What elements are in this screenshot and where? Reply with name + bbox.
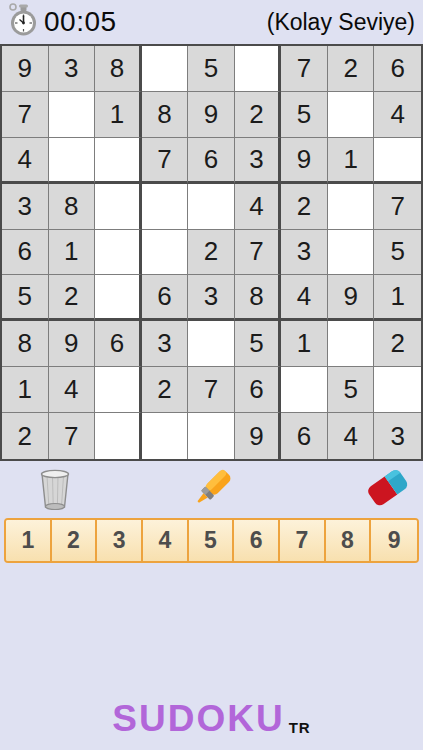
timer-value: 00:05: [44, 6, 117, 38]
cell-r3c1[interactable]: 4: [2, 138, 49, 184]
numpad-button-8[interactable]: 8: [326, 520, 372, 561]
cell-r1c3[interactable]: 8: [95, 46, 142, 92]
cell-r3c3[interactable]: [95, 138, 142, 184]
cell-r5c6[interactable]: 7: [235, 230, 282, 276]
cell-r7c3[interactable]: 6: [95, 321, 142, 367]
cell-r5c9[interactable]: 5: [374, 230, 421, 276]
eraser-button[interactable]: [367, 466, 413, 514]
cell-r7c9[interactable]: 2: [374, 321, 421, 367]
cell-r1c1[interactable]: 9: [2, 46, 49, 92]
highlighter-button[interactable]: [189, 466, 235, 514]
cell-r6c2[interactable]: 2: [49, 275, 96, 321]
cell-r4c5[interactable]: [188, 184, 235, 230]
cell-r1c9[interactable]: 6: [374, 46, 421, 92]
footer-logo: SUDOKU TR: [0, 698, 423, 740]
stopwatch-icon: [8, 2, 38, 42]
cell-r8c2[interactable]: 4: [49, 367, 96, 413]
number-pad: 123456789: [4, 518, 419, 563]
cell-r8c6[interactable]: 6: [235, 367, 282, 413]
numpad-button-2[interactable]: 2: [52, 520, 98, 561]
numpad-button-3[interactable]: 3: [97, 520, 143, 561]
cell-r9c3[interactable]: [95, 413, 142, 459]
cell-r7c8[interactable]: [328, 321, 375, 367]
cell-r5c7[interactable]: 3: [281, 230, 328, 276]
cell-r2c7[interactable]: 5: [281, 92, 328, 138]
cell-r8c1[interactable]: 1: [2, 367, 49, 413]
cell-r3c5[interactable]: 6: [188, 138, 235, 184]
numpad-button-9[interactable]: 9: [371, 520, 417, 561]
numpad-button-4[interactable]: 4: [143, 520, 189, 561]
numpad-button-5[interactable]: 5: [189, 520, 235, 561]
cell-r2c1[interactable]: 7: [2, 92, 49, 138]
cell-r2c3[interactable]: 1: [95, 92, 142, 138]
cell-r1c7[interactable]: 7: [281, 46, 328, 92]
cell-r4c2[interactable]: 8: [49, 184, 96, 230]
cell-r5c3[interactable]: [95, 230, 142, 276]
cell-r5c8[interactable]: [328, 230, 375, 276]
cell-r2c2[interactable]: [49, 92, 96, 138]
cell-r7c6[interactable]: 5: [235, 321, 282, 367]
numpad-button-6[interactable]: 6: [234, 520, 280, 561]
numpad-button-1[interactable]: 1: [6, 520, 52, 561]
cell-r8c9[interactable]: [374, 367, 421, 413]
cell-r4c4[interactable]: [142, 184, 189, 230]
cell-r5c1[interactable]: 6: [2, 230, 49, 276]
cell-r6c6[interactable]: 8: [235, 275, 282, 321]
cell-r4c9[interactable]: 7: [374, 184, 421, 230]
cell-r4c7[interactable]: 2: [281, 184, 328, 230]
wastebasket-icon: [34, 466, 76, 515]
cell-r1c2[interactable]: 3: [49, 46, 96, 92]
cell-r2c5[interactable]: 9: [188, 92, 235, 138]
cell-r1c5[interactable]: 5: [188, 46, 235, 92]
cell-r1c4[interactable]: [142, 46, 189, 92]
cell-r7c1[interactable]: 8: [2, 321, 49, 367]
cell-r4c1[interactable]: 3: [2, 184, 49, 230]
cell-r6c1[interactable]: 5: [2, 275, 49, 321]
cell-r3c7[interactable]: 9: [281, 138, 328, 184]
cell-r3c9[interactable]: [374, 138, 421, 184]
cell-r7c7[interactable]: 1: [281, 321, 328, 367]
cell-r1c8[interactable]: 2: [328, 46, 375, 92]
cell-r9c7[interactable]: 6: [281, 413, 328, 459]
cell-r3c4[interactable]: 7: [142, 138, 189, 184]
highlighter-icon: [188, 465, 236, 516]
sudoku-board: 9385726718925447639138427612735526384918…: [0, 44, 423, 461]
cell-r9c9[interactable]: 3: [374, 413, 421, 459]
cell-r4c3[interactable]: [95, 184, 142, 230]
cell-r7c5[interactable]: [188, 321, 235, 367]
level-label: (Kolay Seviye): [267, 9, 415, 36]
cell-r5c5[interactable]: 2: [188, 230, 235, 276]
cell-r7c4[interactable]: 3: [142, 321, 189, 367]
logo-text: SUDOKU: [112, 698, 284, 740]
cell-r6c7[interactable]: 4: [281, 275, 328, 321]
tool-row: [0, 461, 423, 518]
cell-r2c9[interactable]: 4: [374, 92, 421, 138]
cell-r3c6[interactable]: 3: [235, 138, 282, 184]
cell-r2c4[interactable]: 8: [142, 92, 189, 138]
trash-button[interactable]: [32, 466, 78, 514]
timer: 00:05: [8, 2, 117, 42]
cell-r2c6[interactable]: 2: [235, 92, 282, 138]
cell-r8c3[interactable]: [95, 367, 142, 413]
cell-r2c8[interactable]: [328, 92, 375, 138]
cell-r8c4[interactable]: 2: [142, 367, 189, 413]
cell-r6c5[interactable]: 3: [188, 275, 235, 321]
top-bar: 00:05 (Kolay Seviye): [0, 0, 423, 44]
cell-r5c4[interactable]: [142, 230, 189, 276]
numpad-button-7[interactable]: 7: [280, 520, 326, 561]
logo-suffix: TR: [289, 719, 311, 740]
cell-r6c3[interactable]: [95, 275, 142, 321]
cell-r7c2[interactable]: 9: [49, 321, 96, 367]
cell-r3c8[interactable]: 1: [328, 138, 375, 184]
cell-r9c4[interactable]: [142, 413, 189, 459]
cell-r8c5[interactable]: 7: [188, 367, 235, 413]
cell-r5c2[interactable]: 1: [49, 230, 96, 276]
cell-r4c6[interactable]: 4: [235, 184, 282, 230]
cell-r9c8[interactable]: 4: [328, 413, 375, 459]
cell-r9c5[interactable]: [188, 413, 235, 459]
cell-r9c6[interactable]: 9: [235, 413, 282, 459]
cell-r9c2[interactable]: 7: [49, 413, 96, 459]
cell-r6c8[interactable]: 9: [328, 275, 375, 321]
cell-r6c9[interactable]: 1: [374, 275, 421, 321]
cell-r8c7[interactable]: [281, 367, 328, 413]
eraser-icon: [366, 467, 414, 514]
cell-r3c2[interactable]: [49, 138, 96, 184]
cell-r1c6[interactable]: [235, 46, 282, 92]
cell-r9c1[interactable]: 2: [2, 413, 49, 459]
cell-r4c8[interactable]: [328, 184, 375, 230]
cell-r8c8[interactable]: 5: [328, 367, 375, 413]
cell-r6c4[interactable]: 6: [142, 275, 189, 321]
